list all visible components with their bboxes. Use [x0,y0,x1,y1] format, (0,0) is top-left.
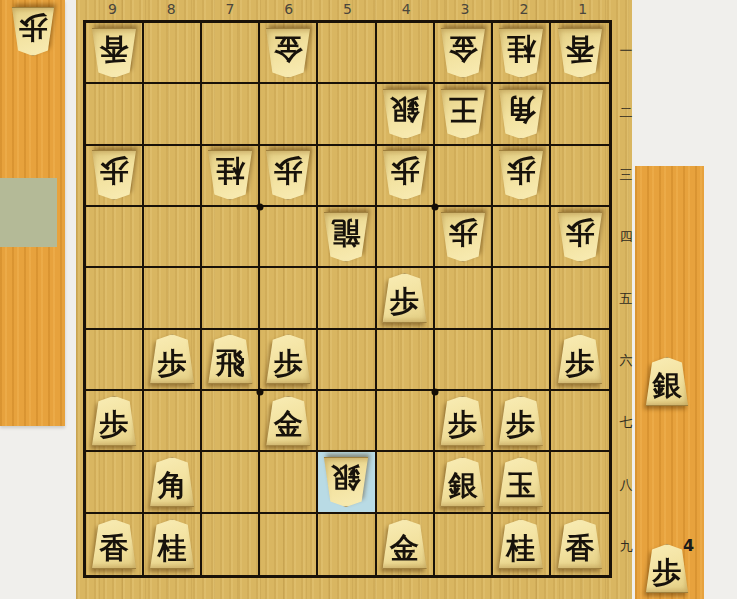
square-1-1[interactable]: 香 [551,23,609,84]
piece-kanji: 王 [440,89,486,139]
square-1-6[interactable]: 歩 [551,330,609,391]
rank-label-7: 七 [617,392,635,454]
square-7-3[interactable]: 桂 [202,146,260,207]
rank-label-5: 五 [617,268,635,330]
square-3-3[interactable] [435,146,493,207]
gote-piece-龍[interactable]: 龍 [323,212,369,262]
sente-piece-玉[interactable]: 玉 [498,457,544,507]
piece-kanji: 歩 [440,212,486,262]
square-8-4[interactable] [144,207,202,268]
file-label-8: 8 [142,1,201,18]
square-8-9[interactable]: 桂 [144,514,202,575]
piece-kanji: 香 [91,28,137,78]
piece-kanji: 玉 [498,457,544,507]
square-3-1[interactable]: 金 [435,23,493,84]
sente-piece-歩[interactable]: 歩 [498,396,544,446]
piece-kanji: 銀 [323,457,369,507]
sente-captured-tray: 銀 歩 4 [635,166,704,599]
square-4-8[interactable] [377,452,435,513]
rank-label-3: 三 [617,144,635,206]
square-9-8[interactable] [86,452,144,513]
square-7-4[interactable] [202,207,260,268]
piece-kanji: 歩 [91,150,137,200]
square-4-3[interactable]: 歩 [377,146,435,207]
square-5-9[interactable] [318,514,376,575]
square-8-8[interactable]: 角 [144,452,202,513]
square-9-5[interactable] [86,268,144,329]
piece-kanji: 歩 [498,396,544,446]
piece-kanji: 龍 [323,212,369,262]
square-1-7[interactable] [551,391,609,452]
piece-kanji: 歩 [382,273,428,323]
square-7-7[interactable] [202,391,260,452]
square-8-7[interactable] [144,391,202,452]
rank-label-4: 四 [617,206,635,268]
gote-piece-桂[interactable]: 桂 [207,150,253,200]
star-point [432,389,439,396]
square-9-9[interactable]: 香 [86,514,144,575]
square-2-7[interactable]: 歩 [493,391,551,452]
square-9-3[interactable]: 歩 [86,146,144,207]
square-8-6[interactable]: 歩 [144,330,202,391]
square-6-2[interactable] [260,84,318,145]
square-2-5[interactable] [493,268,551,329]
sente-piece-桂[interactable]: 桂 [149,519,195,569]
square-7-8[interactable] [202,452,260,513]
hand-slot-highlight [0,178,57,247]
square-3-2[interactable]: 王 [435,84,493,145]
square-6-9[interactable] [260,514,318,575]
square-5-4[interactable]: 龍 [318,207,376,268]
square-2-8[interactable]: 玉 [493,452,551,513]
sente-piece-金[interactable]: 金 [382,519,428,569]
piece-kanji: 香 [91,519,137,569]
square-1-9[interactable]: 香 [551,514,609,575]
square-9-2[interactable] [86,84,144,145]
file-label-6: 6 [259,1,318,18]
square-3-5[interactable] [435,268,493,329]
square-7-2[interactable] [202,84,260,145]
square-6-1[interactable]: 金 [260,23,318,84]
shogi-app: 歩 987654321 一二三四五六七八九 香金金桂香銀王角歩桂歩歩歩龍歩歩歩歩… [0,0,737,599]
square-7-1[interactable] [202,23,260,84]
piece-kanji: 銀 [440,457,486,507]
square-2-4[interactable] [493,207,551,268]
gote-piece-角[interactable]: 角 [498,89,544,139]
rank-labels: 一二三四五六七八九 [617,20,635,578]
square-1-2[interactable] [551,84,609,145]
square-2-9[interactable]: 桂 [493,514,551,575]
file-label-2: 2 [494,1,553,18]
square-6-5[interactable] [260,268,318,329]
square-4-2[interactable]: 銀 [377,84,435,145]
square-8-3[interactable] [144,146,202,207]
file-label-1: 1 [553,1,612,18]
piece-kanji: 金 [440,28,486,78]
sente-pawn-count: 4 [683,536,694,555]
piece-kanji: 角 [498,89,544,139]
piece-kanji: 歩 [265,150,311,200]
sente-piece-桂[interactable]: 桂 [498,519,544,569]
piece-kanji: 桂 [207,150,253,200]
gote-piece-銀[interactable]: 銀 [323,457,369,507]
rank-label-8: 八 [617,454,635,516]
square-3-8[interactable]: 銀 [435,452,493,513]
rank-label-2: 二 [617,82,635,144]
square-9-4[interactable] [86,207,144,268]
piece-kanji: 歩 [265,334,311,384]
piece-kanji: 角 [149,457,195,507]
sente-piece-銀[interactable]: 銀 [440,457,486,507]
square-2-6[interactable] [493,330,551,391]
piece-kanji: 歩 [382,150,428,200]
square-9-1[interactable]: 香 [86,23,144,84]
gote-piece-歩[interactable]: 歩 [91,150,137,200]
square-6-4[interactable] [260,207,318,268]
square-7-6[interactable]: 飛 [202,330,260,391]
gote-hand-pawn[interactable]: 歩 [11,7,55,56]
piece-kanji: 歩 [149,334,195,384]
square-1-4[interactable]: 歩 [551,207,609,268]
square-8-1[interactable] [144,23,202,84]
square-1-8[interactable] [551,452,609,513]
square-5-1[interactable] [318,23,376,84]
square-2-1[interactable]: 桂 [493,23,551,84]
square-4-6[interactable] [377,330,435,391]
file-label-5: 5 [318,1,377,18]
square-7-9[interactable] [202,514,260,575]
square-6-7[interactable]: 金 [260,391,318,452]
sente-piece-歩[interactable]: 歩 [91,396,137,446]
sente-piece-歩[interactable]: 歩 [557,334,603,384]
file-labels: 987654321 [83,1,612,18]
gote-piece-銀[interactable]: 銀 [382,89,428,139]
sente-piece-香[interactable]: 香 [557,519,603,569]
gote-piece-歩[interactable]: 歩 [557,212,603,262]
piece-kanji: 金 [382,519,428,569]
square-4-9[interactable]: 金 [377,514,435,575]
gote-piece-歩[interactable]: 歩 [498,150,544,200]
sente-piece-歩[interactable]: 歩 [382,273,428,323]
rank-label-9: 九 [617,516,635,578]
piece-kanji: 歩 [498,150,544,200]
gote-piece-王[interactable]: 王 [440,89,486,139]
sente-piece-香[interactable]: 香 [91,519,137,569]
star-point [432,204,439,211]
piece-kanji: 香 [557,519,603,569]
square-3-6[interactable] [435,330,493,391]
piece-kanji: 飛 [207,334,253,384]
square-4-7[interactable] [377,391,435,452]
square-5-8[interactable]: 銀 [318,452,376,513]
square-1-5[interactable] [551,268,609,329]
square-8-5[interactable] [144,268,202,329]
piece-kanji: 銀 [645,357,689,406]
square-5-7[interactable] [318,391,376,452]
square-4-5[interactable]: 歩 [377,268,435,329]
file-label-4: 4 [377,1,436,18]
square-2-2[interactable]: 角 [493,84,551,145]
star-point [257,204,264,211]
piece-kanji: 桂 [498,519,544,569]
square-3-7[interactable]: 歩 [435,391,493,452]
star-point [257,389,264,396]
square-2-3[interactable]: 歩 [493,146,551,207]
shogi-board: 香金金桂香銀王角歩桂歩歩歩龍歩歩歩歩飛歩歩歩金歩歩角銀銀玉香桂金桂香 [83,20,612,578]
sente-piece-飛[interactable]: 飛 [207,334,253,384]
piece-kanji: 金 [265,396,311,446]
gote-captured-tray: 歩 [0,0,65,426]
gote-piece-香[interactable]: 香 [91,28,137,78]
file-label-3: 3 [436,1,495,18]
file-label-7: 7 [201,1,260,18]
piece-kanji: 歩 [91,396,137,446]
square-9-6[interactable] [86,330,144,391]
square-5-5[interactable] [318,268,376,329]
square-5-3[interactable] [318,146,376,207]
rank-label-1: 一 [617,20,635,82]
square-3-4[interactable]: 歩 [435,207,493,268]
square-3-9[interactable] [435,514,493,575]
piece-kanji: 歩 [440,396,486,446]
square-4-4[interactable] [377,207,435,268]
square-5-6[interactable] [318,330,376,391]
file-label-9: 9 [83,1,142,18]
piece-kanji: 桂 [149,519,195,569]
gote-piece-歩[interactable]: 歩 [265,150,311,200]
square-6-3[interactable]: 歩 [260,146,318,207]
square-6-8[interactable] [260,452,318,513]
rank-label-6: 六 [617,330,635,392]
gote-piece-金[interactable]: 金 [265,28,311,78]
piece-kanji: 香 [557,28,603,78]
gote-piece-歩[interactable]: 歩 [440,212,486,262]
gote-piece-香[interactable]: 香 [557,28,603,78]
gote-piece-桂[interactable]: 桂 [498,28,544,78]
square-1-3[interactable] [551,146,609,207]
piece-kanji: 歩 [557,212,603,262]
piece-kanji: 歩 [11,7,55,56]
sente-piece-角[interactable]: 角 [149,457,195,507]
piece-kanji: 金 [265,28,311,78]
square-6-6[interactable]: 歩 [260,330,318,391]
square-8-2[interactable] [144,84,202,145]
piece-kanji: 歩 [557,334,603,384]
sente-piece-歩[interactable]: 歩 [265,334,311,384]
board-panel: 987654321 一二三四五六七八九 香金金桂香銀王角歩桂歩歩歩龍歩歩歩歩飛歩… [76,0,632,599]
gote-piece-金[interactable]: 金 [440,28,486,78]
piece-kanji: 銀 [382,89,428,139]
sente-hand-silver[interactable]: 銀 [645,357,689,406]
gote-piece-歩[interactable]: 歩 [382,150,428,200]
square-7-5[interactable] [202,268,260,329]
piece-kanji: 桂 [498,28,544,78]
sente-piece-金[interactable]: 金 [265,396,311,446]
square-9-7[interactable]: 歩 [86,391,144,452]
sente-piece-歩[interactable]: 歩 [149,334,195,384]
square-4-1[interactable] [377,23,435,84]
square-5-2[interactable] [318,84,376,145]
sente-piece-歩[interactable]: 歩 [440,396,486,446]
